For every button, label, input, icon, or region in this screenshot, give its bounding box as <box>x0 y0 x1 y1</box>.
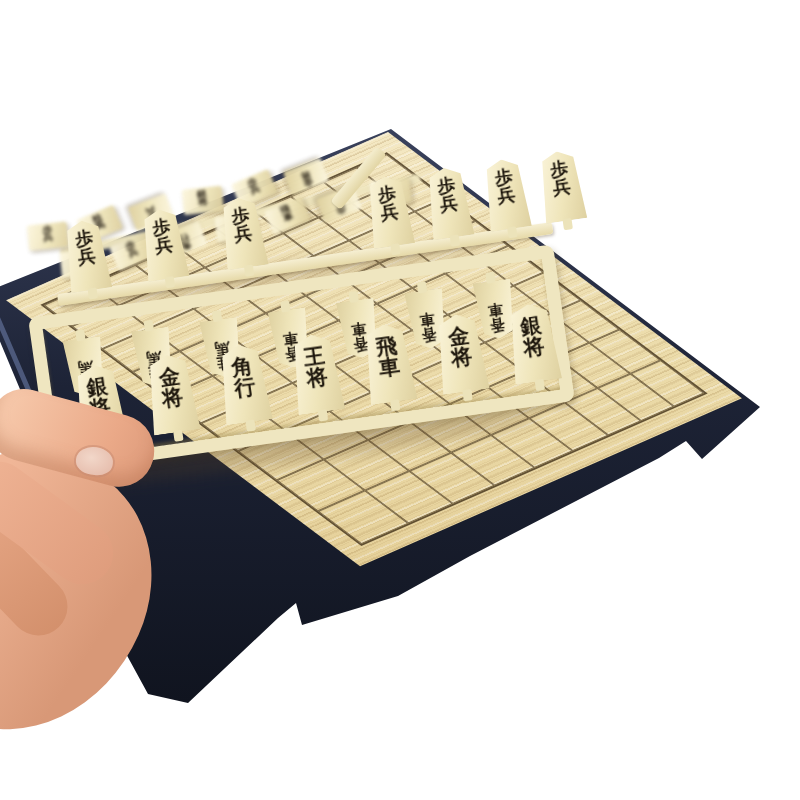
sprue-nub <box>349 291 359 303</box>
piece-kanji: 兵 <box>496 185 516 206</box>
sprue-nub <box>173 430 183 442</box>
piece-kanji: 将 <box>522 335 546 359</box>
piece-kanji: 将 <box>305 365 329 389</box>
piece-kanji: 兵 <box>439 194 459 215</box>
sprue-nub <box>243 265 253 277</box>
shogi-piece-歩兵: 歩兵 <box>362 173 418 249</box>
piece-kanji: 行 <box>233 376 257 400</box>
piece-face: 王将 <box>285 331 347 415</box>
piece-face: 角行 <box>213 341 275 425</box>
sprue-nub <box>562 218 572 230</box>
piece-kanji: 兵 <box>552 177 572 198</box>
shogi-piece-銀将: 銀将 <box>502 301 564 385</box>
piece-face: 金将 <box>141 351 203 435</box>
sprue-nub <box>534 379 544 391</box>
sprue-nub <box>417 281 427 293</box>
shogi-piece-歩兵: 歩兵 <box>136 206 192 282</box>
shogi-piece-歩兵: 歩兵 <box>215 195 271 271</box>
sprue-nub <box>390 243 400 255</box>
shogi-piece-飛車: 飛車 <box>358 321 420 405</box>
piece-face: 金将 <box>430 311 492 395</box>
sprue-nub <box>76 329 86 341</box>
sprue-nub <box>486 272 496 284</box>
sprue-nub <box>245 420 255 432</box>
piece-face: 歩兵 <box>59 217 115 293</box>
shogi-piece-王将: 王将 <box>285 331 347 415</box>
piece-face: 歩兵 <box>478 156 534 232</box>
piece-face: 歩兵 <box>421 165 477 241</box>
sprue-nub <box>389 399 399 411</box>
shogi-piece-歩兵: 歩兵 <box>59 217 115 293</box>
piece-kanji: 将 <box>161 386 185 410</box>
piece-kanji: 兵 <box>379 202 399 223</box>
piece-face: 銀将 <box>502 301 564 385</box>
product-photo-shogi-set: 歩兵桂馬歩兵銀将歩兵金将 香車歩兵角行歩兵飛車歩兵歩兵 歩兵歩兵歩兵歩兵歩兵歩兵… <box>0 0 800 800</box>
piece-kanji: 車 <box>377 355 401 379</box>
sprue-nub <box>144 320 154 332</box>
piece-kanji: 兵 <box>77 247 97 268</box>
sprue-nub <box>212 310 222 322</box>
piece-kanji: 将 <box>450 345 474 369</box>
sprue-nub <box>449 235 459 247</box>
shogi-piece-歩兵: 歩兵 <box>534 148 590 224</box>
piece-face: 歩兵 <box>362 173 418 249</box>
piece-face: 飛車 <box>358 321 420 405</box>
sprue-nub <box>164 276 174 288</box>
sprue-nub <box>87 287 97 299</box>
shogi-piece-角行: 角行 <box>213 341 275 425</box>
piece-kanji: 兵 <box>233 224 253 245</box>
shogi-piece-歩兵: 歩兵 <box>478 156 534 232</box>
shogi-piece-金将: 金将 <box>141 351 203 435</box>
piece-face: 歩兵 <box>215 195 271 271</box>
piece-face: 歩兵 <box>136 206 192 282</box>
piece-kanji: 兵 <box>154 235 174 256</box>
sprue-nub <box>317 409 327 421</box>
sprue-nub <box>281 300 291 312</box>
shogi-piece-金将: 金将 <box>430 311 492 395</box>
piece-face: 歩兵 <box>534 148 590 224</box>
sprue-nub <box>507 226 517 238</box>
sprue-nub <box>462 389 472 401</box>
shogi-piece-歩兵: 歩兵 <box>421 165 477 241</box>
